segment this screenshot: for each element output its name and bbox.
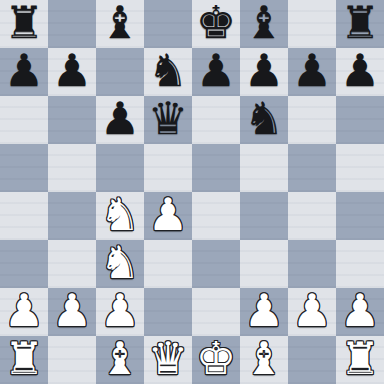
white-queen-piece[interactable]: ♛: [144, 335, 192, 383]
square-c8[interactable]: ♝: [96, 0, 144, 48]
square-g6[interactable]: [288, 96, 336, 144]
square-d1[interactable]: ♛: [144, 336, 192, 384]
square-d6[interactable]: ♛: [144, 96, 192, 144]
square-g1[interactable]: [288, 336, 336, 384]
square-c7[interactable]: [96, 48, 144, 96]
square-a4[interactable]: [0, 192, 48, 240]
square-f2[interactable]: ♟: [240, 288, 288, 336]
square-f8[interactable]: ♝: [240, 0, 288, 48]
white-bishop-piece[interactable]: ♝: [96, 335, 144, 383]
square-f3[interactable]: [240, 240, 288, 288]
black-queen-piece[interactable]: ♛: [144, 95, 192, 143]
square-g8[interactable]: [288, 0, 336, 48]
square-a8[interactable]: ♜: [0, 0, 48, 48]
white-rook-piece[interactable]: ♜: [336, 335, 384, 383]
white-pawn-piece[interactable]: ♟: [48, 287, 96, 335]
square-b5[interactable]: [48, 144, 96, 192]
square-f5[interactable]: [240, 144, 288, 192]
square-h2[interactable]: ♟: [336, 288, 384, 336]
white-pawn-piece[interactable]: ♟: [0, 287, 48, 335]
white-king-piece[interactable]: ♚: [192, 335, 240, 383]
square-d4[interactable]: ♟: [144, 192, 192, 240]
square-d2[interactable]: [144, 288, 192, 336]
square-f7[interactable]: ♟: [240, 48, 288, 96]
square-b4[interactable]: [48, 192, 96, 240]
white-knight-piece[interactable]: ♞: [96, 239, 144, 287]
white-pawn-piece[interactable]: ♟: [240, 287, 288, 335]
square-c6[interactable]: ♟: [96, 96, 144, 144]
black-pawn-piece[interactable]: ♟: [48, 47, 96, 95]
square-a5[interactable]: [0, 144, 48, 192]
square-h7[interactable]: ♟: [336, 48, 384, 96]
black-rook-piece[interactable]: ♜: [0, 0, 48, 47]
black-pawn-piece[interactable]: ♟: [96, 95, 144, 143]
square-b7[interactable]: ♟: [48, 48, 96, 96]
white-knight-piece[interactable]: ♞: [96, 191, 144, 239]
square-f6[interactable]: ♞: [240, 96, 288, 144]
black-pawn-piece[interactable]: ♟: [192, 47, 240, 95]
square-e6[interactable]: [192, 96, 240, 144]
white-bishop-piece[interactable]: ♝: [240, 335, 288, 383]
black-rook-piece[interactable]: ♜: [336, 0, 384, 47]
chess-board: ♜♝♚♝♜♟♟♞♟♟♟♟♟♛♞♞♟♞♟♟♟♟♟♟♜♝♛♚♝♜: [0, 0, 384, 384]
white-pawn-piece[interactable]: ♟: [288, 287, 336, 335]
white-pawn-piece[interactable]: ♟: [96, 287, 144, 335]
square-c5[interactable]: [96, 144, 144, 192]
white-pawn-piece[interactable]: ♟: [144, 191, 192, 239]
black-knight-piece[interactable]: ♞: [144, 47, 192, 95]
black-pawn-piece[interactable]: ♟: [336, 47, 384, 95]
square-e2[interactable]: [192, 288, 240, 336]
square-g5[interactable]: [288, 144, 336, 192]
square-a6[interactable]: [0, 96, 48, 144]
black-bishop-piece[interactable]: ♝: [96, 0, 144, 47]
square-g4[interactable]: [288, 192, 336, 240]
square-d5[interactable]: [144, 144, 192, 192]
square-f1[interactable]: ♝: [240, 336, 288, 384]
square-g3[interactable]: [288, 240, 336, 288]
black-pawn-piece[interactable]: ♟: [240, 47, 288, 95]
white-pawn-piece[interactable]: ♟: [336, 287, 384, 335]
square-a3[interactable]: [0, 240, 48, 288]
square-h5[interactable]: [336, 144, 384, 192]
square-b3[interactable]: [48, 240, 96, 288]
black-pawn-piece[interactable]: ♟: [0, 47, 48, 95]
square-h1[interactable]: ♜: [336, 336, 384, 384]
square-c1[interactable]: ♝: [96, 336, 144, 384]
square-b8[interactable]: [48, 0, 96, 48]
square-a1[interactable]: ♜: [0, 336, 48, 384]
square-e5[interactable]: [192, 144, 240, 192]
square-a2[interactable]: ♟: [0, 288, 48, 336]
black-bishop-piece[interactable]: ♝: [240, 0, 288, 47]
square-g7[interactable]: ♟: [288, 48, 336, 96]
square-c3[interactable]: ♞: [96, 240, 144, 288]
black-knight-piece[interactable]: ♞: [240, 95, 288, 143]
square-e7[interactable]: ♟: [192, 48, 240, 96]
square-b2[interactable]: ♟: [48, 288, 96, 336]
square-d8[interactable]: [144, 0, 192, 48]
square-h3[interactable]: [336, 240, 384, 288]
square-e4[interactable]: [192, 192, 240, 240]
square-e1[interactable]: ♚: [192, 336, 240, 384]
square-b6[interactable]: [48, 96, 96, 144]
square-c2[interactable]: ♟: [96, 288, 144, 336]
square-e3[interactable]: [192, 240, 240, 288]
square-h4[interactable]: [336, 192, 384, 240]
square-c4[interactable]: ♞: [96, 192, 144, 240]
square-h8[interactable]: ♜: [336, 0, 384, 48]
square-d7[interactable]: ♞: [144, 48, 192, 96]
square-e8[interactable]: ♚: [192, 0, 240, 48]
square-f4[interactable]: [240, 192, 288, 240]
black-king-piece[interactable]: ♚: [192, 0, 240, 47]
square-a7[interactable]: ♟: [0, 48, 48, 96]
square-h6[interactable]: [336, 96, 384, 144]
square-b1[interactable]: [48, 336, 96, 384]
square-d3[interactable]: [144, 240, 192, 288]
square-g2[interactable]: ♟: [288, 288, 336, 336]
black-pawn-piece[interactable]: ♟: [288, 47, 336, 95]
white-rook-piece[interactable]: ♜: [0, 335, 48, 383]
